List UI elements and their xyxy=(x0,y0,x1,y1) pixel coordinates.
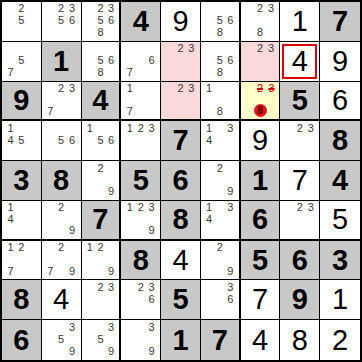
cell-r4c7[interactable]: 9 xyxy=(241,121,281,161)
cell-r6c6[interactable]: 134 xyxy=(201,201,241,241)
candidate-pos-6: 6 xyxy=(225,293,236,305)
candidate-grid: 23568 xyxy=(82,2,120,41)
cell-r2c8[interactable]: 4 xyxy=(280,42,320,82)
cell-r1c5[interactable]: 9 xyxy=(161,2,201,42)
given-digit: 9 xyxy=(13,86,29,115)
candidate-pos-3: 3 xyxy=(225,202,236,214)
candidate-pos-3 xyxy=(67,202,78,214)
cell-r4c6[interactable]: 134 xyxy=(201,121,241,161)
candidate-pos-8: 8 xyxy=(254,104,267,117)
cell-r9c6[interactable]: 7 xyxy=(201,320,241,360)
candidate-pos-1 xyxy=(283,202,294,214)
candidate-pos-8 xyxy=(214,146,225,158)
candidate-pos-8 xyxy=(16,266,27,278)
candidate-pos-6: 6 xyxy=(67,134,78,146)
cell-r3c7[interactable]: 238 xyxy=(241,82,281,122)
cell-r2c5[interactable]: 23 xyxy=(161,42,201,82)
candidate-pos-3 xyxy=(27,43,38,55)
candidate-pos-4 xyxy=(5,55,16,67)
candidate-digit: 3 xyxy=(188,83,194,94)
cell-r7c6[interactable]: 29 xyxy=(201,241,241,281)
candidate-pos-7 xyxy=(283,146,294,158)
candidate-digit: 1 xyxy=(87,242,93,253)
candidate-pos-3: 3 xyxy=(106,281,117,293)
cell-r4c1[interactable]: 145 xyxy=(2,121,42,161)
candidate-pos-6: 6 xyxy=(106,134,117,146)
cell-r3c3[interactable]: 4 xyxy=(82,82,122,122)
given-digit: 6 xyxy=(13,326,29,355)
cell-r9c1[interactable]: 6 xyxy=(2,320,42,360)
cell-r2c4[interactable]: 67 xyxy=(121,42,161,82)
candidate-pos-4 xyxy=(244,55,255,67)
candidate-pos-6 xyxy=(67,333,78,345)
candidate-pos-6 xyxy=(266,15,277,27)
candidate-pos-7 xyxy=(204,186,215,198)
cell-r6c9[interactable]: 5 xyxy=(320,201,360,241)
candidate-pos-8 xyxy=(135,346,146,358)
candidate-pos-6 xyxy=(267,94,277,105)
candidate-pos-1 xyxy=(5,43,16,55)
candidate-pos-1: 1 xyxy=(124,202,135,214)
candidate-pos-5: 5 xyxy=(16,55,27,67)
candidate-pos-1: 1 xyxy=(5,242,16,254)
candidate-grid: 237 xyxy=(42,82,81,120)
cell-r1c7[interactable]: 238 xyxy=(241,2,281,42)
candidate-pos-9 xyxy=(67,106,78,118)
cell-r4c3[interactable]: 156 xyxy=(82,121,122,161)
candidate-pos-7 xyxy=(164,106,175,118)
candidate-pos-8 xyxy=(56,266,67,278)
candidate-pos-3: 3 xyxy=(146,122,157,134)
cell-r9c2[interactable]: 359 xyxy=(42,320,82,360)
candidate-pos-1 xyxy=(45,321,56,333)
cell-r2c9[interactable]: 9 xyxy=(320,42,360,82)
candidate-grid: 127 xyxy=(2,241,41,280)
candidate-pos-6: 6 xyxy=(106,15,117,27)
cell-r7c8[interactable]: 6 xyxy=(280,241,320,281)
candidate-pos-4 xyxy=(244,94,254,105)
cell-r4c5[interactable]: 7 xyxy=(161,121,201,161)
candidate-pos-1 xyxy=(5,3,16,15)
candidate-pos-9 xyxy=(186,67,197,79)
candidate-pos-3: 3 xyxy=(267,83,277,94)
candidate-digit: 1 xyxy=(206,123,212,134)
candidate-digit: 2 xyxy=(18,3,24,14)
candidate-pos-3 xyxy=(106,242,117,254)
candidate-digit: 1 xyxy=(127,83,133,94)
candidate-pos-2 xyxy=(16,43,27,55)
candidate-pos-8 xyxy=(214,305,225,317)
cell-r1c4[interactable]: 4 xyxy=(121,2,161,42)
candidate-pos-6 xyxy=(106,174,117,186)
candidate-pos-1 xyxy=(45,122,56,134)
candidate-pos-5: 5 xyxy=(16,15,27,27)
solved-digit: 1 xyxy=(332,285,348,314)
cell-r8c1[interactable]: 8 xyxy=(2,280,42,320)
cell-r5c8[interactable]: 7 xyxy=(280,161,320,201)
cell-r6c4[interactable]: 1239 xyxy=(121,201,161,241)
candidate-digit: 6 xyxy=(108,135,114,146)
candidate-pos-5 xyxy=(214,293,225,305)
cell-r1c9[interactable]: 7 xyxy=(320,2,360,42)
given-digit: 3 xyxy=(13,166,29,195)
candidate-pos-7 xyxy=(45,225,56,237)
cell-r6c5[interactable]: 8 xyxy=(161,201,201,241)
candidate-pos-8 xyxy=(214,225,225,237)
candidate-pos-4 xyxy=(45,254,56,266)
given-digit: 3 xyxy=(332,246,348,275)
candidate-pos-5 xyxy=(214,174,225,186)
candidate-pos-1 xyxy=(85,321,96,333)
cell-r8c9[interactable]: 1 xyxy=(320,280,360,320)
candidate-digit: 5 xyxy=(97,15,103,26)
cell-r6c7[interactable]: 6 xyxy=(241,201,281,241)
candidate-pos-3 xyxy=(27,3,38,15)
candidate-pos-5: 5 xyxy=(214,15,225,27)
cell-r5c1[interactable]: 3 xyxy=(2,161,42,201)
cell-r9c8[interactable]: 8 xyxy=(280,320,320,360)
candidate-pos-2: 2 xyxy=(294,202,305,214)
candidate-pos-1 xyxy=(164,83,175,95)
cell-r5c9[interactable]: 4 xyxy=(320,161,360,201)
candidate-pos-9 xyxy=(146,305,157,317)
candidate-pos-4 xyxy=(164,94,175,106)
candidate-digit: 3 xyxy=(227,282,233,293)
candidate-pos-1 xyxy=(164,43,175,55)
solved-digit: 7 xyxy=(292,166,308,195)
cell-r1c3[interactable]: 23568 xyxy=(82,2,122,42)
candidate-pos-1 xyxy=(204,242,215,254)
candidate-grid: 1239 xyxy=(121,201,160,239)
candidate-pos-6: 6 xyxy=(67,15,78,27)
cell-r2c7[interactable]: 23 xyxy=(241,42,281,82)
cell-r3c8[interactable]: 5 xyxy=(280,82,320,122)
candidate-grid: 29 xyxy=(201,161,239,200)
candidate-pos-8 xyxy=(16,27,27,39)
candidate-pos-7 xyxy=(5,146,16,158)
candidate-pos-2: 2 xyxy=(214,162,225,174)
candidate-grid: 359 xyxy=(82,320,120,360)
candidate-pos-8: 8 xyxy=(214,27,225,39)
eliminated-candidate: 3 xyxy=(268,83,274,94)
cell-r5c5[interactable]: 6 xyxy=(161,161,201,201)
candidate-pos-6 xyxy=(146,213,157,225)
candidate-pos-1: 1 xyxy=(5,122,16,134)
candidate-pos-2: 2 xyxy=(175,43,186,55)
candidate-digit: 6 xyxy=(149,55,155,66)
candidate-pos-4 xyxy=(85,15,96,27)
candidate-pos-9: 9 xyxy=(146,225,157,237)
cell-r7c9[interactable]: 3 xyxy=(320,241,360,281)
candidate-pos-5 xyxy=(214,254,225,266)
cell-r6c1[interactable]: 14 xyxy=(2,201,42,241)
candidate-digit: 3 xyxy=(69,322,75,333)
candidate-pos-8 xyxy=(95,266,106,278)
candidate-pos-9 xyxy=(225,305,236,317)
solved-digit: 6 xyxy=(332,86,348,115)
candidate-pos-3 xyxy=(225,3,236,15)
candidate-pos-9: 9 xyxy=(67,225,78,237)
candidate-pos-6 xyxy=(186,55,197,67)
cell-r5c4[interactable]: 5 xyxy=(121,161,161,201)
candidate-grid: 67 xyxy=(121,42,160,81)
candidate-pos-2: 2 xyxy=(56,3,67,15)
candidate-pos-9: 9 xyxy=(225,266,236,278)
cell-r8c4[interactable]: 236 xyxy=(121,280,161,320)
candidate-pos-1 xyxy=(204,162,215,174)
candidate-digit: 6 xyxy=(227,15,233,26)
cell-r3c6[interactable]: 18 xyxy=(201,82,241,122)
candidate-pos-3: 3 xyxy=(146,202,157,214)
candidate-grid: 279 xyxy=(42,241,81,280)
cell-r4c8[interactable]: 23 xyxy=(280,121,320,161)
candidate-pos-1: 1 xyxy=(85,242,96,254)
cell-r9c5[interactable]: 1 xyxy=(161,320,201,360)
candidate-pos-9 xyxy=(225,146,236,158)
candidate-digit: 2 xyxy=(18,242,24,253)
candidate-digit: 7 xyxy=(47,266,53,277)
cell-r7c1[interactable]: 127 xyxy=(2,241,42,281)
candidate-pos-4: 4 xyxy=(204,134,215,146)
cell-r3c5[interactable]: 23 xyxy=(161,82,201,122)
candidate-pos-7 xyxy=(204,266,215,278)
cell-r5c7[interactable]: 1 xyxy=(241,161,281,201)
candidate-pos-4 xyxy=(45,213,56,225)
candidate-pos-2: 2 xyxy=(135,202,146,214)
candidate-pos-7 xyxy=(244,104,254,117)
cell-r9c9[interactable]: 2 xyxy=(320,320,360,360)
candidate-pos-7 xyxy=(85,27,96,39)
cell-r9c7[interactable]: 4 xyxy=(241,320,281,360)
candidate-digit: 3 xyxy=(149,322,155,333)
candidate-pos-7 xyxy=(204,225,215,237)
candidate-pos-3 xyxy=(27,242,38,254)
candidate-digit: 5 xyxy=(58,15,64,26)
cell-r6c2[interactable]: 29 xyxy=(42,201,82,241)
candidate-grid: 123 xyxy=(121,121,160,160)
cell-r7c5[interactable]: 4 xyxy=(161,241,201,281)
candidate-pos-7 xyxy=(5,225,16,237)
candidate-pos-4 xyxy=(204,55,215,67)
cell-r1c8[interactable]: 1 xyxy=(280,2,320,42)
candidate-grid: 23 xyxy=(161,82,200,120)
candidate-pos-9 xyxy=(186,106,197,118)
cell-r7c4[interactable]: 8 xyxy=(121,241,161,281)
solved-digit: 9 xyxy=(332,47,348,76)
cell-r3c4[interactable]: 17 xyxy=(121,82,161,122)
candidate-pos-1 xyxy=(124,321,135,333)
candidate-pos-9: 9 xyxy=(146,346,157,358)
candidate-digit: 4 xyxy=(7,214,13,225)
candidate-grid: 23 xyxy=(280,201,319,239)
cell-r8c2[interactable]: 4 xyxy=(42,280,82,320)
cell-r3c2[interactable]: 237 xyxy=(42,82,82,122)
candidate-pos-7 xyxy=(204,305,215,317)
candidate-pos-8 xyxy=(175,67,186,79)
candidate-digit: 3 xyxy=(268,43,274,54)
candidate-pos-4 xyxy=(5,15,16,27)
candidate-digit: 2 xyxy=(257,3,263,14)
candidate-digit: 2 xyxy=(58,83,64,94)
candidate-pos-4 xyxy=(204,15,215,27)
candidate-pos-8: 8 xyxy=(95,67,106,79)
candidate-pos-7: 7 xyxy=(5,266,16,278)
candidate-pos-8 xyxy=(294,225,305,237)
candidate-pos-7 xyxy=(204,27,215,39)
candidate-pos-7 xyxy=(85,266,96,278)
cell-r2c1[interactable]: 57 xyxy=(2,42,42,82)
cell-r2c2[interactable]: 1 xyxy=(42,42,82,82)
candidate-grid: 129 xyxy=(82,241,120,280)
candidate-pos-5 xyxy=(56,254,67,266)
candidate-pos-4 xyxy=(164,55,175,67)
candidate-digit: 6 xyxy=(69,15,75,26)
cell-r1c6[interactable]: 568 xyxy=(201,2,241,42)
candidate-digit: 3 xyxy=(69,83,75,94)
given-digit: 8 xyxy=(172,205,188,234)
candidate-pos-9 xyxy=(225,225,236,237)
cell-r4c4[interactable]: 123 xyxy=(121,121,161,161)
cell-r8c6[interactable]: 36 xyxy=(201,280,241,320)
candidate-pos-1 xyxy=(124,43,135,55)
candidate-pos-7 xyxy=(164,67,175,79)
cell-r2c6[interactable]: 568 xyxy=(201,42,241,82)
candidate-pos-3: 3 xyxy=(146,281,157,293)
candidate-digit: 9 xyxy=(69,225,75,236)
candidate-digit: 5 xyxy=(217,15,223,26)
candidate-pos-7 xyxy=(124,225,135,237)
candidate-digit: 2 xyxy=(217,163,223,174)
cell-r8c3[interactable]: 23 xyxy=(82,280,122,320)
candidate-pos-9 xyxy=(106,27,117,39)
candidate-pos-9 xyxy=(106,67,117,79)
candidate-pos-8 xyxy=(95,305,106,317)
cell-r8c8[interactable]: 9 xyxy=(280,280,320,320)
candidate-pos-4 xyxy=(5,254,16,266)
candidate-digit: 9 xyxy=(69,346,75,357)
candidate-digit: 1 xyxy=(87,123,93,134)
cell-r5c3[interactable]: 29 xyxy=(82,161,122,201)
cell-r7c7[interactable]: 5 xyxy=(241,241,281,281)
cell-r1c1[interactable]: 25 xyxy=(2,2,42,42)
candidate-pos-9 xyxy=(27,266,38,278)
candidate-pos-4 xyxy=(244,15,255,27)
cell-r4c9[interactable]: 8 xyxy=(320,121,360,161)
cell-r2c3[interactable]: 568 xyxy=(82,42,122,82)
candidate-pos-7 xyxy=(85,186,96,198)
candidate-pos-3 xyxy=(146,83,157,95)
candidate-digit: 2 xyxy=(97,242,103,253)
candidate-pos-6 xyxy=(27,15,38,27)
candidate-pos-7 xyxy=(204,146,215,158)
candidate-pos-3: 3 xyxy=(146,321,157,333)
cell-r6c8[interactable]: 23 xyxy=(280,201,320,241)
candidate-grid: 359 xyxy=(42,320,81,360)
given-digit: 1 xyxy=(53,47,69,76)
candidate-pos-4 xyxy=(45,15,56,27)
cell-r7c2[interactable]: 279 xyxy=(42,241,82,281)
candidate-grid: 23 xyxy=(82,280,120,319)
cell-r1c2[interactable]: 2356 xyxy=(42,2,82,42)
candidate-digit: 1 xyxy=(7,202,13,213)
candidate-pos-7 xyxy=(244,67,255,79)
candidate-digit: 2 xyxy=(177,43,183,54)
candidate-digit: 9 xyxy=(149,346,155,357)
candidate-pos-3 xyxy=(106,162,117,174)
candidate-pos-5 xyxy=(95,174,106,186)
candidate-digit: 3 xyxy=(308,202,314,213)
cell-r6c3[interactable]: 7 xyxy=(82,201,122,241)
candidate-pos-2 xyxy=(214,3,225,15)
hint-placed-candidate: 8 xyxy=(254,104,267,117)
candidate-pos-1: 1 xyxy=(124,83,135,95)
candidate-pos-1 xyxy=(204,3,215,15)
cell-r3c9[interactable]: 6 xyxy=(320,82,360,122)
candidate-pos-2: 2 xyxy=(56,202,67,214)
candidate-pos-9 xyxy=(67,146,78,158)
candidate-pos-7 xyxy=(45,146,56,158)
candidate-digit: 5 xyxy=(217,55,223,66)
candidate-pos-6 xyxy=(305,134,316,146)
candidate-pos-2: 2 xyxy=(56,242,67,254)
candidate-pos-2 xyxy=(135,83,146,95)
candidate-pos-2: 2 xyxy=(95,242,106,254)
given-digit: 8 xyxy=(133,246,149,275)
cell-r3c1[interactable]: 9 xyxy=(2,82,42,122)
candidate-pos-3 xyxy=(106,122,117,134)
candidate-digit: 6 xyxy=(227,55,233,66)
candidate-pos-7 xyxy=(204,67,215,79)
given-digit: 7 xyxy=(172,126,188,155)
candidate-grid: 36 xyxy=(201,280,239,319)
cell-r8c5[interactable]: 5 xyxy=(161,280,201,320)
candidate-pos-9: 9 xyxy=(67,346,78,358)
candidate-digit: 5 xyxy=(97,334,103,345)
cell-r9c3[interactable]: 359 xyxy=(82,320,122,360)
candidate-pos-8 xyxy=(214,186,225,198)
candidate-pos-2: 2 xyxy=(214,242,225,254)
cell-r4c2[interactable]: 56 xyxy=(42,121,82,161)
candidate-pos-1 xyxy=(244,83,254,94)
cell-r8c7[interactable]: 7 xyxy=(241,280,281,320)
solved-digit: 9 xyxy=(252,126,268,155)
candidate-pos-2: 2 xyxy=(16,3,27,15)
candidate-pos-4 xyxy=(124,134,135,146)
candidate-digit: 8 xyxy=(217,106,223,117)
candidate-pos-9 xyxy=(27,27,38,39)
candidate-pos-6 xyxy=(27,254,38,266)
cell-r5c6[interactable]: 29 xyxy=(201,161,241,201)
candidate-pos-7 xyxy=(85,146,96,158)
candidate-pos-5 xyxy=(135,94,146,106)
cell-r5c2[interactable]: 8 xyxy=(42,161,82,201)
candidate-pos-8 xyxy=(56,106,67,118)
candidate-pos-4 xyxy=(204,254,215,266)
candidate-digit: 2 xyxy=(58,3,64,14)
given-digit: 4 xyxy=(92,86,108,115)
candidate-pos-6 xyxy=(225,134,236,146)
cell-r7c3[interactable]: 129 xyxy=(82,241,122,281)
candidate-pos-7 xyxy=(244,27,255,39)
candidate-digit: 5 xyxy=(58,334,64,345)
candidate-digit: 4 xyxy=(206,135,212,146)
given-digit: 6 xyxy=(172,166,188,195)
candidate-pos-8 xyxy=(135,106,146,118)
cell-r9c4[interactable]: 39 xyxy=(121,320,161,360)
candidate-digit: 2 xyxy=(138,282,144,293)
candidate-pos-2: 2 xyxy=(95,281,106,293)
candidate-digit: 7 xyxy=(7,266,13,277)
